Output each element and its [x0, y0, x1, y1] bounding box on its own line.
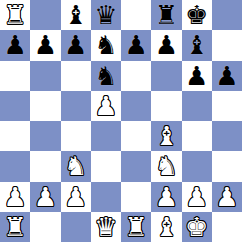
square-a6[interactable] [0, 61, 30, 91]
square-d5[interactable]: ♟ [91, 91, 121, 121]
square-c5[interactable] [61, 91, 91, 121]
square-g8[interactable]: ♚ [182, 0, 212, 30]
white-pawn[interactable]: ♟ [155, 182, 178, 212]
black-pawn[interactable]: ♟ [3, 30, 26, 60]
white-bishop[interactable]: ♝ [155, 121, 178, 151]
square-h1[interactable] [212, 212, 242, 242]
square-a7[interactable]: ♟ [0, 30, 30, 60]
square-a5[interactable] [0, 91, 30, 121]
chess-board: ♜♝♛♜♚♟♟♟♞♟♟♝♞♟♟♟♝♞♞♟♟♟♟♟♟♜♛♜♝♚ [0, 0, 242, 242]
square-b8[interactable] [30, 0, 60, 30]
square-f8[interactable]: ♜ [151, 0, 181, 30]
square-h7[interactable] [212, 30, 242, 60]
square-g4[interactable] [182, 121, 212, 151]
black-pawn[interactable]: ♟ [215, 61, 238, 91]
black-queen[interactable]: ♛ [94, 0, 117, 30]
square-h3[interactable] [212, 151, 242, 181]
black-rook[interactable]: ♜ [155, 0, 178, 30]
white-pawn[interactable]: ♟ [94, 91, 117, 121]
square-c2[interactable]: ♟ [61, 182, 91, 212]
square-e1[interactable]: ♜ [121, 212, 151, 242]
square-e8[interactable] [121, 0, 151, 30]
square-b2[interactable]: ♟ [30, 182, 60, 212]
white-pawn[interactable]: ♟ [3, 182, 26, 212]
black-pawn[interactable]: ♟ [185, 61, 208, 91]
square-b4[interactable] [30, 121, 60, 151]
square-b5[interactable] [30, 91, 60, 121]
square-d8[interactable]: ♛ [91, 0, 121, 30]
square-c4[interactable] [61, 121, 91, 151]
white-pawn[interactable]: ♟ [215, 182, 238, 212]
square-g1[interactable]: ♚ [182, 212, 212, 242]
white-rook[interactable]: ♜ [3, 0, 26, 30]
black-knight[interactable]: ♞ [94, 30, 117, 60]
white-pawn[interactable]: ♟ [34, 182, 57, 212]
square-e2[interactable] [121, 182, 151, 212]
white-king[interactable]: ♚ [185, 212, 208, 242]
white-queen[interactable]: ♛ [94, 212, 117, 242]
square-c7[interactable]: ♟ [61, 30, 91, 60]
black-king[interactable]: ♚ [185, 0, 208, 30]
square-h4[interactable] [212, 121, 242, 151]
square-g2[interactable]: ♟ [182, 182, 212, 212]
square-b1[interactable] [30, 212, 60, 242]
black-bishop[interactable]: ♝ [185, 30, 208, 60]
black-knight[interactable]: ♞ [94, 61, 117, 91]
white-pawn[interactable]: ♟ [185, 182, 208, 212]
square-d4[interactable] [91, 121, 121, 151]
square-f6[interactable] [151, 61, 181, 91]
square-d6[interactable]: ♞ [91, 61, 121, 91]
square-e4[interactable] [121, 121, 151, 151]
square-g6[interactable]: ♟ [182, 61, 212, 91]
white-rook[interactable]: ♜ [124, 212, 147, 242]
square-f3[interactable]: ♞ [151, 151, 181, 181]
square-a4[interactable] [0, 121, 30, 151]
square-a3[interactable] [0, 151, 30, 181]
white-bishop[interactable]: ♝ [155, 212, 178, 242]
square-e3[interactable] [121, 151, 151, 181]
square-g7[interactable]: ♝ [182, 30, 212, 60]
square-c1[interactable] [61, 212, 91, 242]
white-knight[interactable]: ♞ [155, 151, 178, 181]
square-f5[interactable] [151, 91, 181, 121]
square-a8[interactable]: ♜ [0, 0, 30, 30]
square-h5[interactable] [212, 91, 242, 121]
square-f1[interactable]: ♝ [151, 212, 181, 242]
square-a2[interactable]: ♟ [0, 182, 30, 212]
square-d3[interactable] [91, 151, 121, 181]
square-g3[interactable] [182, 151, 212, 181]
white-knight[interactable]: ♞ [64, 151, 87, 181]
square-h6[interactable]: ♟ [212, 61, 242, 91]
square-b7[interactable]: ♟ [30, 30, 60, 60]
square-e6[interactable] [121, 61, 151, 91]
square-d2[interactable] [91, 182, 121, 212]
black-pawn[interactable]: ♟ [64, 30, 87, 60]
white-pawn[interactable]: ♟ [64, 182, 87, 212]
black-pawn[interactable]: ♟ [155, 30, 178, 60]
square-c3[interactable]: ♞ [61, 151, 91, 181]
black-pawn[interactable]: ♟ [124, 30, 147, 60]
white-rook[interactable]: ♜ [3, 212, 26, 242]
square-d1[interactable]: ♛ [91, 212, 121, 242]
square-f2[interactable]: ♟ [151, 182, 181, 212]
square-h8[interactable] [212, 0, 242, 30]
square-g5[interactable] [182, 91, 212, 121]
square-e7[interactable]: ♟ [121, 30, 151, 60]
square-d7[interactable]: ♞ [91, 30, 121, 60]
square-b3[interactable] [30, 151, 60, 181]
square-e5[interactable] [121, 91, 151, 121]
square-h2[interactable]: ♟ [212, 182, 242, 212]
black-bishop[interactable]: ♝ [64, 0, 87, 30]
square-c8[interactable]: ♝ [61, 0, 91, 30]
black-pawn[interactable]: ♟ [34, 30, 57, 60]
square-c6[interactable] [61, 61, 91, 91]
square-b6[interactable] [30, 61, 60, 91]
square-a1[interactable]: ♜ [0, 212, 30, 242]
square-f4[interactable]: ♝ [151, 121, 181, 151]
square-f7[interactable]: ♟ [151, 30, 181, 60]
